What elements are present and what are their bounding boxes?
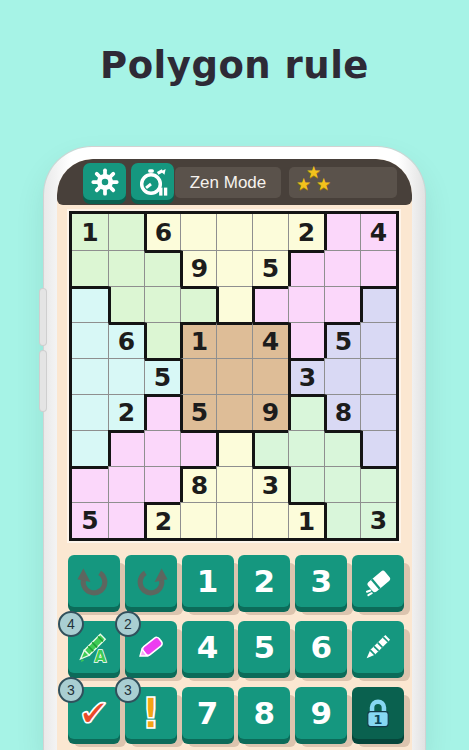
- given-digit: 5: [335, 329, 352, 354]
- cell-r2c2[interactable]: [108, 250, 144, 286]
- button-digit: 2: [254, 566, 276, 597]
- count-badge: 4: [58, 611, 84, 637]
- cell-r8c6[interactable]: 3: [252, 466, 288, 502]
- cell-r5c4[interactable]: [180, 358, 216, 394]
- mode-label: Zen Mode: [190, 173, 267, 193]
- cell-r9c1[interactable]: 5: [72, 502, 108, 538]
- cell-r7c3[interactable]: [144, 430, 180, 466]
- redo-icon: [133, 563, 169, 599]
- button-digit: 4: [197, 632, 219, 663]
- cell-r1c1[interactable]: 1: [72, 214, 108, 250]
- cell-r8c9[interactable]: [360, 466, 396, 502]
- count-badge: 2: [115, 611, 141, 637]
- cell-r3c5[interactable]: [216, 286, 252, 322]
- given-digit: 8: [335, 400, 352, 425]
- cell-r4c2[interactable]: 6: [108, 322, 144, 358]
- digit-7-button[interactable]: 7: [182, 687, 234, 739]
- cell-r2c5[interactable]: [216, 250, 252, 286]
- warning-button[interactable]: !3: [125, 687, 177, 739]
- undo-button[interactable]: [68, 555, 120, 607]
- cell-r8c5[interactable]: [216, 466, 252, 502]
- toolbar-row: A42456: [68, 621, 404, 673]
- cell-r4c1[interactable]: [72, 322, 108, 358]
- button-digit: 5: [254, 632, 276, 663]
- given-digit: 4: [262, 329, 279, 354]
- given-digit: 3: [370, 508, 387, 533]
- given-digit: 1: [81, 220, 98, 245]
- eraser-button[interactable]: [352, 555, 404, 607]
- given-digit: 3: [299, 365, 316, 390]
- cell-r2c6[interactable]: 5: [252, 250, 288, 286]
- toolbar: 123A42456✔3!37891: [68, 555, 404, 750]
- given-digit: 5: [262, 256, 279, 281]
- given-digit: 1: [191, 329, 208, 354]
- cell-r7c5[interactable]: [216, 430, 252, 466]
- cell-r7c8[interactable]: [324, 430, 360, 466]
- cell-r9c3[interactable]: 2: [144, 502, 180, 538]
- digit-2-button[interactable]: 2: [238, 555, 290, 607]
- letter-pencil-button[interactable]: A4: [68, 621, 120, 673]
- cell-r6c4[interactable]: 5: [180, 394, 216, 430]
- cell-r3c1[interactable]: [72, 286, 108, 322]
- cell-r4c7[interactable]: [288, 322, 324, 358]
- undo-icon: [76, 563, 112, 599]
- phone-frame: Zen Mode ★★★ 1624956145532598835213 123A…: [44, 147, 425, 750]
- cell-r7c2[interactable]: [108, 430, 144, 466]
- cell-r2c7[interactable]: [288, 250, 324, 286]
- stars-box: ★★★: [289, 167, 397, 198]
- star-icon: ★: [316, 176, 331, 193]
- cell-r9c6[interactable]: [252, 502, 288, 538]
- cell-r8c4[interactable]: 8: [180, 466, 216, 502]
- cell-r2c8[interactable]: [324, 250, 360, 286]
- pencil-button[interactable]: [352, 621, 404, 673]
- cell-r1c3[interactable]: 6: [144, 214, 180, 250]
- button-digit: 8: [254, 698, 276, 729]
- cell-r7c4[interactable]: [180, 430, 216, 466]
- cell-r7c6[interactable]: [252, 430, 288, 466]
- cell-r7c1[interactable]: [72, 430, 108, 466]
- cell-r3c6[interactable]: [252, 286, 288, 322]
- cell-r5c1[interactable]: [72, 358, 108, 394]
- cell-r5c3[interactable]: 5: [144, 358, 180, 394]
- cell-r2c3[interactable]: [144, 250, 180, 286]
- given-digit: 2: [118, 400, 135, 425]
- check-icon: ✔: [78, 695, 109, 732]
- digit-9-button[interactable]: 9: [295, 687, 347, 739]
- given-digit: 3: [262, 473, 279, 498]
- star-icon: ★: [296, 176, 311, 193]
- cell-r9c2[interactable]: [108, 502, 144, 538]
- digit-3-button[interactable]: 3: [295, 555, 347, 607]
- given-digit: 4: [370, 220, 387, 245]
- given-digit: 2: [298, 220, 315, 245]
- cell-r9c8[interactable]: [324, 502, 360, 538]
- gear-icon: [90, 167, 120, 197]
- cell-r5c6[interactable]: [252, 358, 288, 394]
- volume-down-button: [40, 351, 46, 411]
- digit-4-button[interactable]: 4: [182, 621, 234, 673]
- given-digit: 5: [154, 365, 171, 390]
- cell-r9c9[interactable]: 3: [360, 502, 396, 538]
- highlighter-button[interactable]: 2: [125, 621, 177, 673]
- count-badge: 3: [115, 677, 141, 703]
- mode-label-box: Zen Mode: [175, 167, 281, 198]
- app-screen: Zen Mode ★★★ 1624956145532598835213 123A…: [57, 159, 412, 750]
- cell-r3c3[interactable]: [144, 286, 180, 322]
- cell-r8c7[interactable]: [288, 466, 324, 502]
- pencil-icon: [361, 630, 395, 664]
- svg-text:A: A: [94, 648, 106, 665]
- cell-r5c9[interactable]: [360, 358, 396, 394]
- settings-button[interactable]: [83, 163, 126, 200]
- exclaim-icon: !: [141, 692, 161, 735]
- cell-r8c8[interactable]: [324, 466, 360, 502]
- button-digit: 6: [310, 632, 332, 663]
- given-digit: 8: [191, 473, 208, 498]
- cell-r3c8[interactable]: [324, 286, 360, 322]
- cell-r2c1[interactable]: [72, 250, 108, 286]
- given-digit: 1: [298, 509, 315, 534]
- cell-r6c1[interactable]: [72, 394, 108, 430]
- cell-r4c8[interactable]: 5: [324, 322, 360, 358]
- given-digit: 6: [118, 329, 135, 354]
- cell-r1c6[interactable]: [252, 214, 288, 250]
- cell-r9c5[interactable]: [216, 502, 252, 538]
- cell-r8c1[interactable]: [72, 466, 108, 502]
- cell-r3c2[interactable]: [108, 286, 144, 322]
- button-digit: 1: [197, 566, 219, 597]
- cell-r6c9[interactable]: [360, 394, 396, 430]
- button-digit: 9: [310, 698, 332, 729]
- page-title: Polygon rule: [0, 44, 469, 87]
- cell-r3c7[interactable]: [288, 286, 324, 322]
- cell-r4c5[interactable]: [216, 322, 252, 358]
- cell-r7c7[interactable]: [288, 430, 324, 466]
- cell-r1c4[interactable]: [180, 214, 216, 250]
- toolbar-row: 123: [68, 555, 404, 607]
- cell-r8c3[interactable]: [144, 466, 180, 502]
- lock-button[interactable]: 1: [352, 687, 404, 739]
- check-button[interactable]: ✔3: [68, 687, 120, 739]
- cell-r4c4[interactable]: 1: [180, 322, 216, 358]
- cell-r9c4[interactable]: [180, 502, 216, 538]
- cell-r6c2[interactable]: 2: [108, 394, 144, 430]
- cell-r6c5[interactable]: [216, 394, 252, 430]
- cell-r5c8[interactable]: [324, 358, 360, 394]
- pencil-a-icon: A: [76, 629, 112, 665]
- cell-r1c9[interactable]: 4: [360, 214, 396, 250]
- cell-r5c2[interactable]: [108, 358, 144, 394]
- highlighter-icon: [133, 629, 169, 665]
- cell-r9c7[interactable]: 1: [288, 502, 324, 538]
- header-bar: Zen Mode ★★★: [57, 159, 412, 205]
- cell-r1c7[interactable]: 2: [288, 214, 324, 250]
- digit-6-button[interactable]: 6: [295, 621, 347, 673]
- eraser-icon: [361, 564, 395, 598]
- volume-up-button: [40, 289, 46, 345]
- cell-r3c9[interactable]: [360, 286, 396, 322]
- cell-r2c4[interactable]: 9: [180, 250, 216, 286]
- timer-button[interactable]: [131, 163, 174, 200]
- cell-r6c8[interactable]: 8: [324, 394, 360, 430]
- given-digit: 9: [191, 256, 208, 281]
- cell-r8c2[interactable]: [108, 466, 144, 502]
- cell-r4c3[interactable]: [144, 322, 180, 358]
- toolbar-row: ✔3!37891: [68, 687, 404, 739]
- button-digit: 7: [197, 698, 219, 729]
- given-digit: 2: [155, 509, 172, 534]
- cell-r1c8[interactable]: [324, 214, 360, 250]
- button-digit: 3: [310, 566, 332, 597]
- svg-text:1: 1: [374, 712, 383, 727]
- cell-r4c6[interactable]: 4: [252, 322, 288, 358]
- cell-r3c4[interactable]: [180, 286, 216, 322]
- given-digit: 9: [262, 400, 279, 425]
- given-digit: 5: [81, 508, 98, 533]
- timer-icon: [137, 166, 169, 198]
- digit-1-button[interactable]: 1: [182, 555, 234, 607]
- cell-r7c9[interactable]: [360, 430, 396, 466]
- cell-r6c7[interactable]: [288, 394, 324, 430]
- cell-r6c6[interactable]: 9: [252, 394, 288, 430]
- cell-r4c9[interactable]: [360, 322, 396, 358]
- cell-r5c5[interactable]: [216, 358, 252, 394]
- count-badge: 3: [58, 677, 84, 703]
- cell-r6c3[interactable]: [144, 394, 180, 430]
- sudoku-board: 1624956145532598835213: [69, 211, 399, 541]
- digit-5-button[interactable]: 5: [238, 621, 290, 673]
- cell-r5c7[interactable]: 3: [288, 358, 324, 394]
- cell-r1c2[interactable]: [108, 214, 144, 250]
- given-digit: 6: [155, 220, 172, 245]
- redo-button[interactable]: [125, 555, 177, 607]
- given-digit: 5: [191, 400, 208, 425]
- digit-8-button[interactable]: 8: [238, 687, 290, 739]
- cell-r1c5[interactable]: [216, 214, 252, 250]
- lock-icon: 1: [361, 696, 395, 730]
- cell-r2c9[interactable]: [360, 250, 396, 286]
